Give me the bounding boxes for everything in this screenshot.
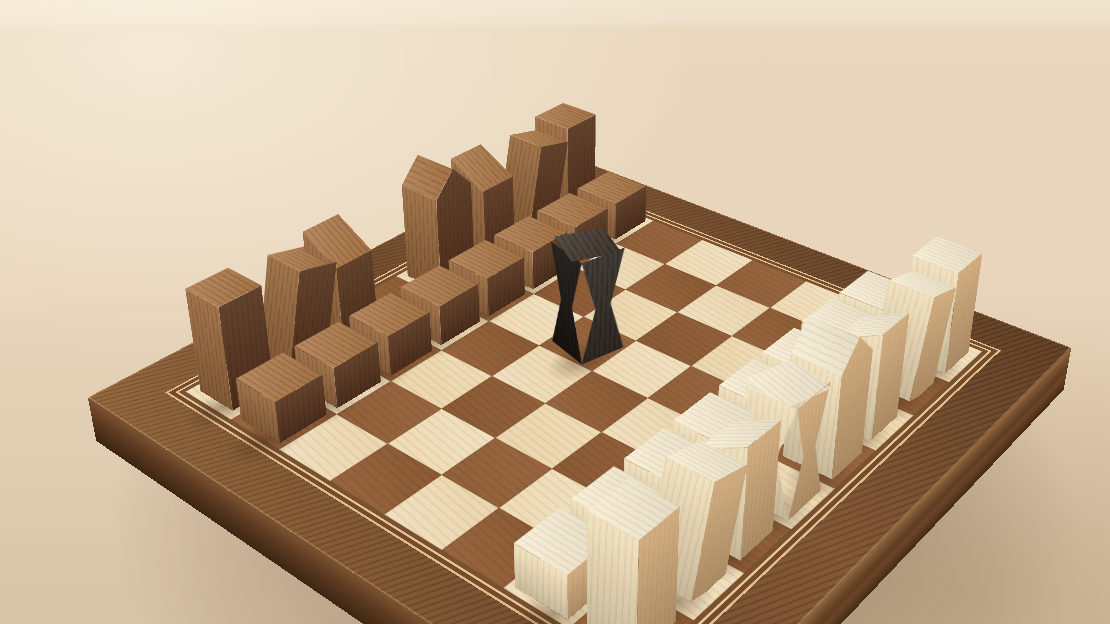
- chess-scene: [0, 0, 1110, 624]
- photo-backdrop: [0, 0, 1110, 624]
